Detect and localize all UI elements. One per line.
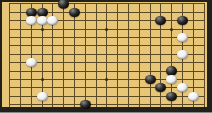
board-frame-top bbox=[0, 0, 212, 2]
black-stone[interactable] bbox=[80, 100, 91, 109]
white-stone[interactable] bbox=[37, 92, 48, 101]
black-stone[interactable] bbox=[58, 0, 69, 9]
grid-vline bbox=[139, 3, 140, 107]
black-stone[interactable] bbox=[177, 16, 188, 25]
black-stone[interactable] bbox=[166, 92, 177, 101]
grid-hline bbox=[9, 87, 205, 88]
white-stone[interactable] bbox=[188, 92, 199, 101]
star-point bbox=[170, 28, 173, 31]
grid-hline bbox=[9, 45, 205, 46]
star-point bbox=[105, 78, 108, 81]
grid-vline bbox=[9, 3, 10, 107]
grid-vline bbox=[128, 3, 129, 107]
black-stone[interactable] bbox=[155, 16, 166, 25]
screenshot-stage bbox=[0, 0, 212, 112]
board-frame-bottom bbox=[0, 107, 212, 113]
black-stone[interactable] bbox=[155, 83, 166, 92]
grid-hline bbox=[9, 3, 205, 4]
white-stone[interactable] bbox=[177, 33, 188, 42]
white-stone[interactable] bbox=[177, 83, 188, 92]
grid-vline bbox=[106, 3, 107, 107]
go-board[interactable] bbox=[0, 0, 212, 112]
white-stone[interactable] bbox=[47, 16, 58, 25]
white-stone[interactable] bbox=[26, 16, 37, 25]
grid-vline bbox=[74, 3, 75, 107]
grid-vline bbox=[204, 3, 205, 107]
grid-hline bbox=[9, 104, 205, 105]
grid-vline bbox=[20, 3, 21, 107]
black-stone[interactable] bbox=[145, 75, 156, 84]
star-point bbox=[41, 28, 44, 31]
grid-vline bbox=[117, 3, 118, 107]
grid-hline bbox=[9, 54, 205, 55]
grid-vline bbox=[85, 3, 86, 107]
board-frame-left bbox=[0, 0, 2, 112]
white-stone[interactable] bbox=[177, 50, 188, 59]
grid-hline bbox=[9, 62, 205, 63]
white-stone[interactable] bbox=[166, 75, 177, 84]
board-frame-right bbox=[207, 0, 212, 112]
black-stone[interactable] bbox=[69, 8, 80, 17]
white-stone[interactable] bbox=[26, 58, 37, 67]
grid-hline bbox=[9, 37, 205, 38]
white-stone[interactable] bbox=[37, 16, 48, 25]
grid-vline bbox=[96, 3, 97, 107]
star-point bbox=[41, 78, 44, 81]
grid-vline bbox=[150, 3, 151, 107]
grid-vline bbox=[63, 3, 64, 107]
